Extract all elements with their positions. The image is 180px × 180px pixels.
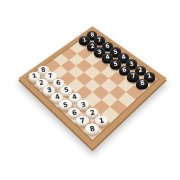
piece-number: 5 (113, 60, 119, 67)
piece-white-1[interactable]: 1 (95, 116, 108, 126)
piece-number: 1 (32, 73, 38, 80)
piece-number: 5 (62, 101, 68, 109)
checkers-photo-stage: 87162534435268177186253443526178 (0, 0, 180, 180)
piece-number: 2 (89, 109, 95, 117)
piece-number: 2 (138, 66, 144, 73)
piece-number: 7 (130, 73, 136, 80)
piece-number: 3 (97, 48, 102, 55)
piece-number: 1 (82, 37, 87, 43)
piece-number: 7 (80, 117, 86, 125)
piece-white-2[interactable]: 2 (86, 108, 99, 117)
piece-number: 3 (129, 60, 135, 67)
piece-number: 5 (112, 48, 117, 55)
pieces-layer: 87162534435268177186253443526178 (0, 0, 180, 180)
piece-number: 6 (56, 80, 62, 87)
piece-number: 6 (122, 66, 128, 73)
piece-white-8[interactable]: 8 (85, 124, 98, 134)
piece-number: 1 (147, 73, 153, 80)
piece-number: 8 (89, 125, 95, 133)
piece-number: 2 (39, 80, 45, 87)
piece-number: 3 (80, 101, 86, 109)
piece-number: 4 (121, 54, 126, 61)
piece-number: 4 (105, 54, 110, 61)
piece-number: 8 (41, 66, 47, 73)
piece-number: 6 (105, 43, 110, 50)
piece-number: 8 (139, 80, 145, 87)
piece-number: 7 (48, 73, 54, 80)
piece-number: 6 (71, 109, 77, 117)
piece-number: 1 (98, 117, 104, 125)
piece-number: 4 (54, 94, 60, 101)
piece-number: 4 (72, 94, 78, 101)
piece-number: 7 (97, 37, 102, 43)
piece-number: 5 (64, 86, 70, 93)
piece-number: 3 (47, 86, 53, 93)
piece-black-8[interactable]: 8 (136, 79, 148, 88)
